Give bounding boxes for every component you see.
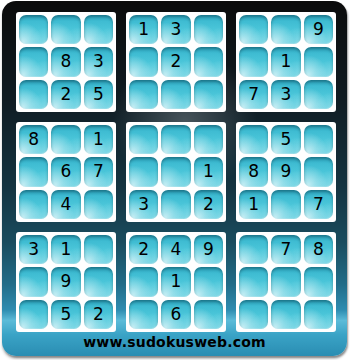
- cell-r5c2: 6: [51, 157, 80, 186]
- cell-r3c8: 3: [271, 80, 300, 109]
- cell-r4c8: 5: [271, 125, 300, 154]
- cell-r7c5: 4: [161, 235, 190, 264]
- cell-r6c6: 2: [194, 190, 223, 219]
- cell-r2c6[interactable]: [194, 47, 223, 76]
- cell-r3c3: 5: [84, 80, 113, 109]
- box-7: 31952: [16, 232, 116, 332]
- cell-r3c9[interactable]: [304, 80, 333, 109]
- cell-r6c9: 7: [304, 190, 333, 219]
- cell-r1c6[interactable]: [194, 15, 223, 44]
- cell-r2c5: 2: [161, 47, 190, 76]
- cell-r5c7: 8: [239, 157, 268, 186]
- cell-r7c9: 8: [304, 235, 333, 264]
- cell-r6c4: 3: [129, 190, 158, 219]
- box-2: 132: [126, 12, 226, 112]
- cell-r2c9[interactable]: [304, 47, 333, 76]
- cell-r3c5[interactable]: [161, 80, 190, 109]
- cell-r3c4[interactable]: [129, 80, 158, 109]
- cell-r4c5[interactable]: [161, 125, 190, 154]
- cell-r9c1[interactable]: [19, 300, 48, 329]
- cell-r1c3[interactable]: [84, 15, 113, 44]
- cell-r4c1: 8: [19, 125, 48, 154]
- cell-r4c3: 1: [84, 125, 113, 154]
- box-9: 78: [236, 232, 336, 332]
- cell-r7c7[interactable]: [239, 235, 268, 264]
- cell-r3c6[interactable]: [194, 80, 223, 109]
- cell-r1c8[interactable]: [271, 15, 300, 44]
- cell-r2c8: 1: [271, 47, 300, 76]
- box-8: 24916: [126, 232, 226, 332]
- cell-r8c4[interactable]: [129, 267, 158, 296]
- cell-r1c5: 3: [161, 15, 190, 44]
- cell-r5c9[interactable]: [304, 157, 333, 186]
- sudoku-board: 832513291738167413258917319522491678: [16, 12, 336, 332]
- box-1: 8325: [16, 12, 116, 112]
- board-frame: 832513291738167413258917319522491678 www…: [2, 1, 347, 356]
- cell-r5c4[interactable]: [129, 157, 158, 186]
- cell-r3c1[interactable]: [19, 80, 48, 109]
- cell-r7c4: 2: [129, 235, 158, 264]
- cell-r6c8[interactable]: [271, 190, 300, 219]
- cell-r3c2: 2: [51, 80, 80, 109]
- box-3: 9173: [236, 12, 336, 112]
- cell-r5c8: 9: [271, 157, 300, 186]
- cell-r6c7: 1: [239, 190, 268, 219]
- cell-r4c9[interactable]: [304, 125, 333, 154]
- cell-r8c7[interactable]: [239, 267, 268, 296]
- cell-r1c2[interactable]: [51, 15, 80, 44]
- cell-r9c8[interactable]: [271, 300, 300, 329]
- cell-r8c2: 9: [51, 267, 80, 296]
- cell-r1c4: 1: [129, 15, 158, 44]
- cell-r9c9[interactable]: [304, 300, 333, 329]
- cell-r7c6: 9: [194, 235, 223, 264]
- cell-r4c2[interactable]: [51, 125, 80, 154]
- cell-r9c5: 6: [161, 300, 190, 329]
- site-url[interactable]: www.sudokusweb.com: [2, 332, 347, 352]
- cell-r2c2: 8: [51, 47, 80, 76]
- cell-r7c3[interactable]: [84, 235, 113, 264]
- cell-r6c3[interactable]: [84, 190, 113, 219]
- cell-r9c6[interactable]: [194, 300, 223, 329]
- cell-r1c9: 9: [304, 15, 333, 44]
- cell-r2c4[interactable]: [129, 47, 158, 76]
- box-4: 81674: [16, 122, 116, 222]
- cell-r1c7[interactable]: [239, 15, 268, 44]
- cell-r5c3: 7: [84, 157, 113, 186]
- cell-r5c5[interactable]: [161, 157, 190, 186]
- cell-r9c3: 2: [84, 300, 113, 329]
- cell-r9c2: 5: [51, 300, 80, 329]
- cell-r6c2: 4: [51, 190, 80, 219]
- sudoku-page: 832513291738167413258917319522491678 www…: [0, 0, 350, 360]
- cell-r8c8[interactable]: [271, 267, 300, 296]
- box-5: 132: [126, 122, 226, 222]
- cell-r7c8: 7: [271, 235, 300, 264]
- cell-r1c1[interactable]: [19, 15, 48, 44]
- cell-r8c9[interactable]: [304, 267, 333, 296]
- cell-r8c3[interactable]: [84, 267, 113, 296]
- cell-r2c3: 3: [84, 47, 113, 76]
- cell-r4c6[interactable]: [194, 125, 223, 154]
- cell-r7c1: 3: [19, 235, 48, 264]
- cell-r7c2: 1: [51, 235, 80, 264]
- box-6: 58917: [236, 122, 336, 222]
- cell-r2c1[interactable]: [19, 47, 48, 76]
- cell-r2c7[interactable]: [239, 47, 268, 76]
- cell-r8c5: 1: [161, 267, 190, 296]
- cell-r6c5[interactable]: [161, 190, 190, 219]
- cell-r5c1[interactable]: [19, 157, 48, 186]
- cell-r9c7[interactable]: [239, 300, 268, 329]
- cell-r4c4[interactable]: [129, 125, 158, 154]
- cell-r3c7: 7: [239, 80, 268, 109]
- cell-r4c7[interactable]: [239, 125, 268, 154]
- cell-r9c4[interactable]: [129, 300, 158, 329]
- cell-r8c1[interactable]: [19, 267, 48, 296]
- cell-r8c6[interactable]: [194, 267, 223, 296]
- cell-r5c6: 1: [194, 157, 223, 186]
- cell-r6c1[interactable]: [19, 190, 48, 219]
